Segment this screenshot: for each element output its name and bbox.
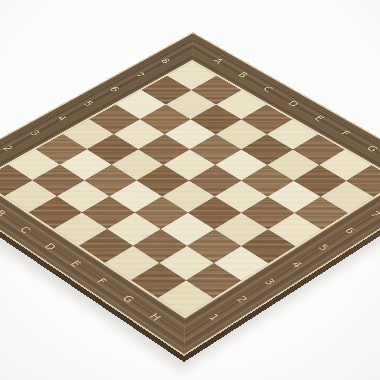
board-photo-stage: AA88BB77CC66DD55EE44FF33GG22HH11: [0, 0, 380, 380]
board-top-surface: AA88BB77CC66DD55EE44FF33GG22HH11: [0, 32, 380, 356]
